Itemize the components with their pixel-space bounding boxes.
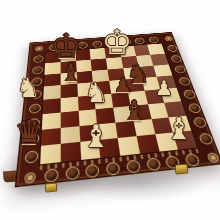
piece-black-bishop-b7[interactable]: ♝: [60, 61, 82, 85]
coordinate-medallion-right-6: [173, 66, 186, 74]
coordinate-medallion-bottom-e: [126, 159, 141, 173]
piece-white-pawn-g4[interactable]: ♟: [155, 78, 173, 98]
piece-black-bishop-e3[interactable]: ♝: [122, 97, 146, 124]
corner-ornament-1: [164, 36, 173, 42]
piece-black-queen-a2[interactable]: ♛: [14, 116, 44, 149]
corner-ornament-0: [34, 45, 42, 51]
coordinate-medallion-bottom-f: [145, 157, 161, 171]
coordinate-medallion-top-h: [148, 36, 159, 43]
coordinate-medallion-right-1: [198, 133, 214, 145]
coordinate-medallion-bottom-d: [106, 161, 121, 175]
square-b1[interactable]: [60, 142, 80, 162]
piece-white-knight-d5[interactable]: ♞: [84, 79, 108, 106]
coordinate-medallion-right-7: [170, 55, 182, 63]
photo-scene: ♚♚♝♞♞♞♟♟♝♝♛♝: [0, 0, 220, 220]
corner-ornament-2: [23, 171, 35, 183]
coordinate-medallion-right-5: [178, 77, 191, 86]
piece-white-bishop-h2[interactable]: ♝: [166, 114, 193, 144]
piece-white-knight-a6[interactable]: ♞: [16, 74, 40, 101]
square-a5[interactable]: [43, 85, 60, 100]
coordinate-medallion-left-8: [33, 55, 44, 63]
brass-hinge-left: [45, 182, 58, 192]
coordinate-medallion-left-1: [24, 150, 38, 163]
coordinate-medallion-right-2: [192, 117, 207, 128]
square-b2[interactable]: [60, 126, 79, 144]
coordinate-medallion-bottom-b: [65, 165, 79, 180]
piece-white-bishop-c1[interactable]: ♝: [82, 121, 110, 152]
coordinate-medallion-right-8: [166, 45, 178, 52]
coordinate-medallion-top-g: [134, 37, 145, 44]
brass-hinge-right: [175, 163, 189, 174]
piece-white-king-e8[interactable]: ♚: [102, 25, 132, 59]
coordinate-medallion-bottom-a: [44, 168, 58, 183]
piece-black-pawn-e5[interactable]: ♟: [114, 75, 132, 95]
coordinate-medallion-bottom-c: [86, 163, 100, 177]
corner-ornament-3: [205, 152, 219, 163]
coordinate-medallion-right-4: [182, 89, 196, 99]
